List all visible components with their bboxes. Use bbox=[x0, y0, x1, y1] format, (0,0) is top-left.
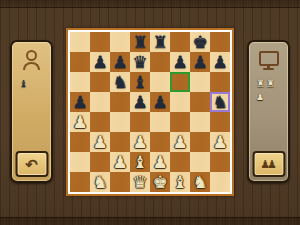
chess-board: ♜♜♚♟♟♛♟♟♟♞♝♟♟♟♞♟♟♟♟♟♟♝♟♞♛♚♝♞ bbox=[70, 32, 230, 192]
square-h8[interactable] bbox=[210, 32, 230, 52]
white-knight: ♞ bbox=[192, 172, 207, 192]
square-g5[interactable] bbox=[190, 92, 210, 112]
square-d3[interactable]: ♟ bbox=[130, 132, 150, 152]
person-icon bbox=[22, 50, 42, 70]
black-pawn: ♟ bbox=[172, 52, 187, 72]
square-b8[interactable] bbox=[90, 32, 110, 52]
black-pawn: ♟ bbox=[152, 92, 167, 112]
square-e8[interactable]: ♜ bbox=[150, 32, 170, 52]
square-h6[interactable] bbox=[210, 72, 230, 92]
square-c3[interactable] bbox=[110, 132, 130, 152]
black-queen: ♛ bbox=[132, 52, 147, 72]
square-d7[interactable]: ♛ bbox=[130, 52, 150, 72]
black-pawn: ♟ bbox=[92, 52, 107, 72]
chess-pieces-icon: ♟♟ bbox=[260, 159, 277, 170]
square-f1[interactable]: ♝ bbox=[170, 172, 190, 192]
black-pawn: ♟ bbox=[192, 52, 207, 72]
square-g8[interactable]: ♚ bbox=[190, 32, 210, 52]
square-f8[interactable] bbox=[170, 32, 190, 52]
square-f6[interactable] bbox=[170, 72, 190, 92]
black-knight: ♞ bbox=[112, 72, 127, 92]
square-b5[interactable] bbox=[90, 92, 110, 112]
square-g6[interactable] bbox=[190, 72, 210, 92]
black-king: ♚ bbox=[192, 32, 207, 52]
white-knight: ♞ bbox=[92, 172, 107, 192]
black-rook: ♜ bbox=[132, 32, 147, 52]
square-h1[interactable] bbox=[210, 172, 230, 192]
square-f5[interactable] bbox=[170, 92, 190, 112]
square-g2[interactable] bbox=[190, 152, 210, 172]
square-a4[interactable]: ♟ bbox=[70, 112, 90, 132]
square-a5[interactable]: ♟ bbox=[70, 92, 90, 112]
black-knight: ♞ bbox=[212, 92, 227, 112]
square-c4[interactable] bbox=[110, 112, 130, 132]
square-g4[interactable] bbox=[190, 112, 210, 132]
captured-black-bishop: ♝ bbox=[19, 78, 28, 89]
white-bishop: ♝ bbox=[172, 172, 187, 192]
square-h7[interactable]: ♟ bbox=[210, 52, 230, 72]
white-pawn: ♟ bbox=[132, 132, 147, 152]
square-d5[interactable]: ♟ bbox=[130, 92, 150, 112]
white-pawn: ♟ bbox=[212, 132, 227, 152]
captured-white-rook: ♜ bbox=[256, 78, 265, 89]
square-d6[interactable]: ♝ bbox=[130, 72, 150, 92]
black-pawn: ♟ bbox=[212, 52, 227, 72]
square-d2[interactable]: ♝ bbox=[130, 152, 150, 172]
square-a8[interactable] bbox=[70, 32, 90, 52]
black-bishop: ♝ bbox=[132, 72, 147, 92]
player-panel-human: ♝ ↶ bbox=[10, 40, 53, 183]
black-pawn: ♟ bbox=[132, 92, 147, 112]
white-pawn: ♟ bbox=[112, 152, 127, 172]
square-g1[interactable]: ♞ bbox=[190, 172, 210, 192]
square-b4[interactable] bbox=[90, 112, 110, 132]
square-a7[interactable] bbox=[70, 52, 90, 72]
chess-board-frame: ♜♜♚♟♟♛♟♟♟♞♝♟♟♟♞♟♟♟♟♟♟♝♟♞♛♚♝♞ bbox=[66, 28, 234, 196]
square-e5[interactable]: ♟ bbox=[150, 92, 170, 112]
square-c5[interactable] bbox=[110, 92, 130, 112]
app-screen: ♝ ↶ ♜♜♚♟♟♛♟♟♟♞♝♟♟♟♞♟♟♟♟♟♟♝♟♞♛♚♝♞ ♜♜♟ ♟♟ bbox=[0, 0, 300, 225]
game-settings-button[interactable]: ♟♟ bbox=[252, 151, 285, 177]
white-pawn: ♟ bbox=[152, 152, 167, 172]
player-panel-computer: ♜♜♟ ♟♟ bbox=[247, 40, 290, 183]
wood-seam-bottom bbox=[0, 217, 300, 218]
square-b2[interactable] bbox=[90, 152, 110, 172]
white-pawn: ♟ bbox=[172, 132, 187, 152]
square-c8[interactable] bbox=[110, 32, 130, 52]
square-c7[interactable]: ♟ bbox=[110, 52, 130, 72]
white-king: ♚ bbox=[152, 172, 167, 192]
square-f7[interactable]: ♟ bbox=[170, 52, 190, 72]
square-h2[interactable] bbox=[210, 152, 230, 172]
square-d4[interactable] bbox=[130, 112, 150, 132]
undo-arrow-icon: ↶ bbox=[25, 157, 38, 172]
square-a1[interactable] bbox=[70, 172, 90, 192]
square-d8[interactable]: ♜ bbox=[130, 32, 150, 52]
square-f2[interactable] bbox=[170, 152, 190, 172]
square-h4[interactable] bbox=[210, 112, 230, 132]
square-c1[interactable] bbox=[110, 172, 130, 192]
square-c6[interactable]: ♞ bbox=[110, 72, 130, 92]
square-e2[interactable]: ♟ bbox=[150, 152, 170, 172]
square-e3[interactable] bbox=[150, 132, 170, 152]
square-a6[interactable] bbox=[70, 72, 90, 92]
white-bishop: ♝ bbox=[132, 152, 147, 172]
captured-white-pieces: ♜♜♟ bbox=[256, 76, 282, 103]
square-b6[interactable] bbox=[90, 72, 110, 92]
black-pawn: ♟ bbox=[112, 52, 127, 72]
white-queen: ♛ bbox=[132, 172, 147, 192]
undo-button[interactable]: ↶ bbox=[15, 151, 48, 177]
white-pawn: ♟ bbox=[92, 132, 107, 152]
square-b1[interactable]: ♞ bbox=[90, 172, 110, 192]
square-g7[interactable]: ♟ bbox=[190, 52, 210, 72]
monitor-icon bbox=[258, 51, 280, 70]
captured-black-pieces: ♝ bbox=[19, 76, 45, 89]
square-e6[interactable] bbox=[150, 72, 170, 92]
square-b3[interactable]: ♟ bbox=[90, 132, 110, 152]
wood-seam-top bbox=[0, 7, 300, 8]
square-a3[interactable] bbox=[70, 132, 90, 152]
square-f4[interactable] bbox=[170, 112, 190, 132]
white-pawn: ♟ bbox=[72, 112, 87, 132]
square-d1[interactable]: ♛ bbox=[130, 172, 150, 192]
square-e4[interactable] bbox=[150, 112, 170, 132]
square-b7[interactable]: ♟ bbox=[90, 52, 110, 72]
square-e7[interactable] bbox=[150, 52, 170, 72]
square-a2[interactable] bbox=[70, 152, 90, 172]
captured-white-pawn: ♟ bbox=[256, 92, 264, 103]
captured-white-rook: ♜ bbox=[266, 78, 275, 89]
square-h3[interactable]: ♟ bbox=[210, 132, 230, 152]
black-pawn: ♟ bbox=[72, 92, 87, 112]
black-rook: ♜ bbox=[152, 32, 167, 52]
square-f3[interactable]: ♟ bbox=[170, 132, 190, 152]
square-g3[interactable] bbox=[190, 132, 210, 152]
square-c2[interactable]: ♟ bbox=[110, 152, 130, 172]
square-e1[interactable]: ♚ bbox=[150, 172, 170, 192]
square-h5[interactable]: ♞ bbox=[210, 92, 230, 112]
